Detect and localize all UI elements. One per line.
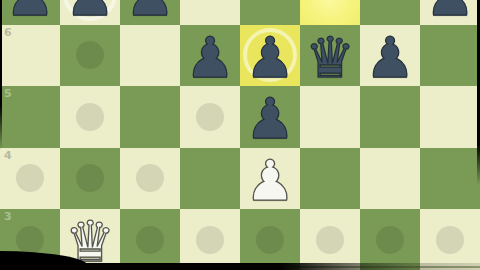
square-g5[interactable] bbox=[360, 86, 420, 148]
square-g6[interactable]: ♟ bbox=[360, 25, 420, 87]
square-c6[interactable] bbox=[120, 25, 180, 87]
move-hint-dot-b4 bbox=[76, 164, 104, 192]
square-b4[interactable] bbox=[60, 148, 120, 210]
square-d4[interactable] bbox=[180, 148, 240, 210]
white-pawn-e4[interactable]: ♟ bbox=[240, 148, 300, 210]
square-e4[interactable]: ♟ bbox=[240, 148, 300, 210]
square-g4[interactable] bbox=[360, 148, 420, 210]
square-d5[interactable] bbox=[180, 86, 240, 148]
move-hint-dot-d5 bbox=[196, 103, 224, 131]
square-f4[interactable] bbox=[300, 148, 360, 210]
square-e7[interactable] bbox=[240, 0, 300, 25]
square-g7[interactable] bbox=[360, 0, 420, 25]
move-hint-dot-a4 bbox=[16, 164, 44, 192]
move-hint-dot-h3 bbox=[436, 226, 464, 254]
black-pawn-a7[interactable]: ♟ bbox=[0, 0, 60, 25]
move-hint-dot-c3 bbox=[136, 226, 164, 254]
square-f7[interactable] bbox=[300, 0, 360, 25]
square-h5[interactable] bbox=[420, 86, 480, 148]
square-f5[interactable] bbox=[300, 86, 360, 148]
square-f6[interactable]: ♛ bbox=[300, 25, 360, 87]
square-d6[interactable]: ♟ bbox=[180, 25, 240, 87]
rank-label-6: 6 bbox=[4, 27, 12, 38]
move-hint-dot-d3 bbox=[196, 226, 224, 254]
square-a6[interactable]: 6 bbox=[0, 25, 60, 87]
square-b6[interactable] bbox=[60, 25, 120, 87]
letterbox-left-bar bbox=[0, 0, 2, 150]
black-pawn-g6[interactable]: ♟ bbox=[360, 25, 420, 87]
move-hint-dot-f3 bbox=[316, 226, 344, 254]
black-pawn-h7[interactable]: ♟ bbox=[420, 0, 480, 25]
square-h7[interactable]: ♟ bbox=[420, 0, 480, 25]
square-a5[interactable]: 5 bbox=[0, 86, 60, 148]
square-a7[interactable]: ♟ bbox=[0, 0, 60, 25]
square-b5[interactable] bbox=[60, 86, 120, 148]
square-c5[interactable] bbox=[120, 86, 180, 148]
move-hint-dot-b5 bbox=[76, 103, 104, 131]
square-e3[interactable] bbox=[240, 209, 300, 270]
move-hint-dot-b6 bbox=[76, 41, 104, 69]
square-c4[interactable] bbox=[120, 148, 180, 210]
square-f3[interactable] bbox=[300, 209, 360, 270]
square-b7[interactable]: ♟ bbox=[60, 0, 120, 25]
rank-label-5: 5 bbox=[4, 88, 12, 99]
square-g3[interactable] bbox=[360, 209, 420, 270]
square-e6[interactable]: ♟ bbox=[240, 25, 300, 87]
square-e5[interactable]: ♟ bbox=[240, 86, 300, 148]
rank-label-4: 4 bbox=[4, 150, 12, 161]
square-a4[interactable]: 4 bbox=[0, 148, 60, 210]
move-hint-dot-a3 bbox=[16, 226, 44, 254]
square-h6[interactable] bbox=[420, 25, 480, 87]
rank-label-3: 3 bbox=[4, 211, 12, 222]
square-h3[interactable] bbox=[420, 209, 480, 270]
square-c7[interactable]: ♟ bbox=[120, 0, 180, 25]
move-hint-dot-g3 bbox=[376, 226, 404, 254]
black-pawn-c7[interactable]: ♟ bbox=[120, 0, 180, 25]
black-queen-f6[interactable]: ♛ bbox=[300, 25, 360, 87]
square-c3[interactable] bbox=[120, 209, 180, 270]
black-pawn-b7[interactable]: ♟ bbox=[60, 0, 120, 25]
square-h4[interactable] bbox=[420, 148, 480, 210]
black-pawn-e6[interactable]: ♟ bbox=[240, 25, 300, 87]
black-pawn-d6[interactable]: ♟ bbox=[180, 25, 240, 87]
square-d3[interactable] bbox=[180, 209, 240, 270]
move-hint-dot-e3 bbox=[256, 226, 284, 254]
chess-video-frame: ♟♟♟♟6♟♟♛♟5♟4♟3♛ bbox=[0, 0, 480, 270]
chess-board: ♟♟♟♟6♟♟♛♟5♟4♟3♛ bbox=[0, 0, 480, 270]
square-d7[interactable] bbox=[180, 0, 240, 25]
move-hint-dot-c4 bbox=[136, 164, 164, 192]
black-pawn-e5[interactable]: ♟ bbox=[240, 86, 300, 148]
